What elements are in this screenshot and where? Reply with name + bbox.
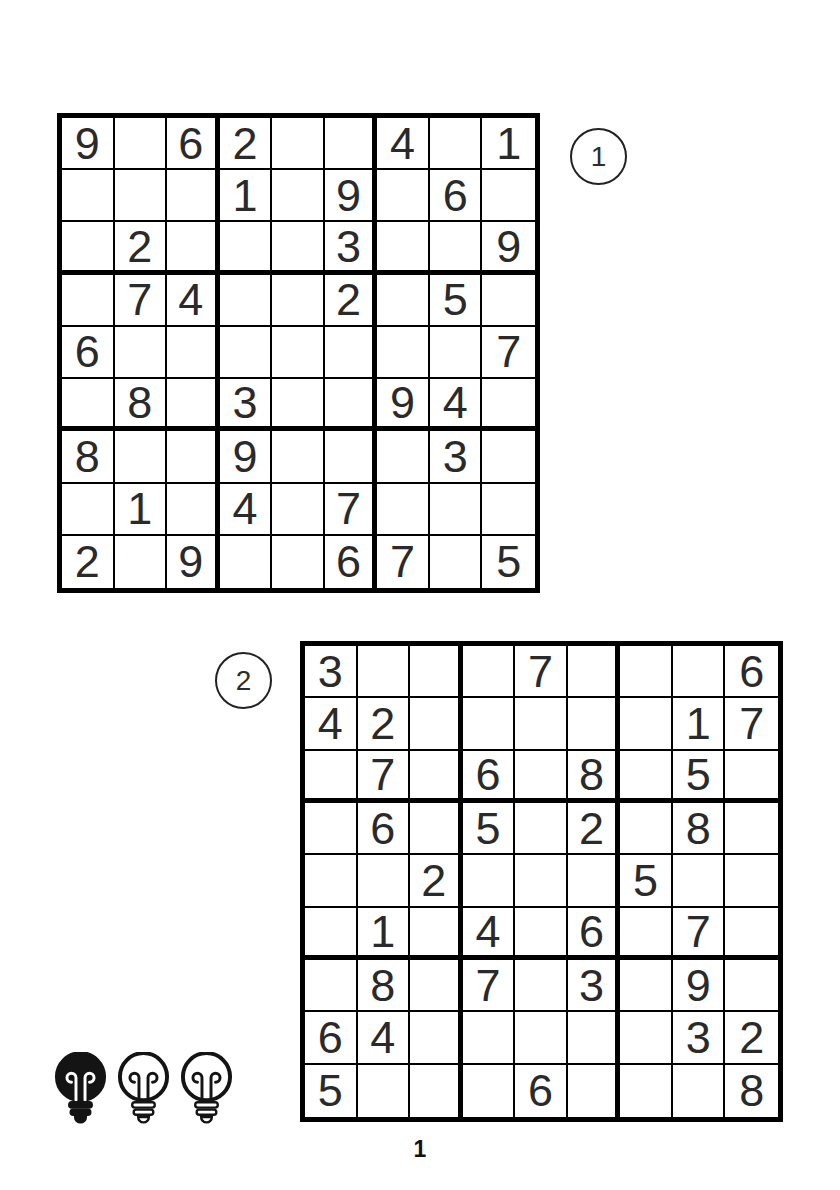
- cell-r3c7-empty: [377, 222, 430, 274]
- cell-r3c6-given: 3: [325, 222, 378, 274]
- cell-r3c1-empty: [62, 222, 115, 274]
- cell-r5c9-given: 7: [482, 327, 535, 379]
- cell-r1c2-empty: [115, 118, 168, 170]
- cell-r5c8-empty: [430, 327, 483, 379]
- cell-r4c5-empty: [272, 275, 325, 327]
- cell-r7c5-empty: [515, 960, 568, 1012]
- cell-r5c1-empty: [305, 855, 358, 907]
- cell-r1c7-empty: [620, 646, 673, 698]
- puzzle-2-number: 2: [236, 665, 252, 697]
- lightbulb-filled-icon: [53, 1052, 108, 1125]
- cell-r4c3-given: 4: [167, 275, 220, 327]
- cell-r9c4-empty: [463, 1065, 516, 1117]
- cell-r3c4-empty: [220, 222, 273, 274]
- cell-r7c2-empty: [115, 431, 168, 483]
- cell-r1c5-empty: [272, 118, 325, 170]
- cell-r6c8-given: 7: [673, 908, 726, 960]
- cell-r9c1-given: 2: [62, 536, 115, 588]
- cell-r5c6-empty: [568, 855, 621, 907]
- cell-r3c2-given: 7: [358, 751, 411, 803]
- cell-r3c8-empty: [430, 222, 483, 274]
- difficulty-indicator: [53, 1052, 234, 1125]
- cell-r9c6-empty: [568, 1065, 621, 1117]
- cell-r6c7-given: 9: [377, 379, 430, 431]
- cell-r9c5-given: 6: [515, 1065, 568, 1117]
- cell-r5c4-empty: [220, 327, 273, 379]
- cell-r3c1-empty: [305, 751, 358, 803]
- cell-r9c6-given: 6: [325, 536, 378, 588]
- cell-r2c3-empty: [410, 698, 463, 750]
- cell-r1c8-empty: [430, 118, 483, 170]
- cell-r7c6-empty: [325, 431, 378, 483]
- cell-r4c7-empty: [620, 803, 673, 855]
- cell-r9c5-empty: [272, 536, 325, 588]
- cell-r1c5-given: 7: [515, 646, 568, 698]
- cell-r7c4-given: 7: [463, 960, 516, 1012]
- cell-r2c8-given: 1: [673, 698, 726, 750]
- cell-r2c7-empty: [620, 698, 673, 750]
- cell-r5c9-empty: [725, 855, 778, 907]
- cell-r7c1-given: 8: [62, 431, 115, 483]
- cell-r7c7-empty: [620, 960, 673, 1012]
- cell-r4c4-given: 5: [463, 803, 516, 855]
- cell-r9c7-empty: [620, 1065, 673, 1117]
- cell-r2c9-given: 7: [725, 698, 778, 750]
- cell-r4c8-given: 5: [430, 275, 483, 327]
- cell-r1c9-given: 1: [482, 118, 535, 170]
- cell-r7c6-given: 3: [568, 960, 621, 1012]
- cell-r8c6-given: 7: [325, 484, 378, 536]
- cell-r7c8-given: 9: [673, 960, 726, 1012]
- cell-r8c6-empty: [568, 1012, 621, 1064]
- cell-r4c3-empty: [410, 803, 463, 855]
- cell-r7c3-empty: [167, 431, 220, 483]
- cell-r7c2-given: 8: [358, 960, 411, 1012]
- cell-r4c2-given: 6: [358, 803, 411, 855]
- cell-r6c4-given: 3: [220, 379, 273, 431]
- cell-r9c2-empty: [115, 536, 168, 588]
- cell-r9c7-given: 7: [377, 536, 430, 588]
- cell-r7c7-empty: [377, 431, 430, 483]
- cell-r8c2-given: 4: [358, 1012, 411, 1064]
- cell-r6c8-given: 4: [430, 379, 483, 431]
- cell-r8c8-empty: [430, 484, 483, 536]
- cell-r1c3-empty: [410, 646, 463, 698]
- cell-r9c8-empty: [673, 1065, 726, 1117]
- cell-r6c1-empty: [62, 379, 115, 431]
- cell-r6c3-empty: [167, 379, 220, 431]
- cell-r4c9-empty: [482, 275, 535, 327]
- cell-r5c2-empty: [115, 327, 168, 379]
- cell-r2c4-given: 1: [220, 170, 273, 222]
- cell-r4c4-empty: [220, 275, 273, 327]
- cell-r7c4-given: 9: [220, 431, 273, 483]
- cell-r8c4-given: 4: [220, 484, 273, 536]
- cell-r8c2-given: 1: [115, 484, 168, 536]
- cell-r5c5-empty: [272, 327, 325, 379]
- cell-r1c6-empty: [325, 118, 378, 170]
- cell-r5c4-empty: [463, 855, 516, 907]
- cell-r1c9-given: 6: [725, 646, 778, 698]
- cell-r9c9-given: 5: [482, 536, 535, 588]
- cell-r6c9-empty: [725, 908, 778, 960]
- cell-r1c2-empty: [358, 646, 411, 698]
- cell-r2c5-empty: [272, 170, 325, 222]
- lightbulb-outline-icon: [116, 1052, 171, 1125]
- puzzle-2-badge: 2: [215, 652, 272, 709]
- cell-r8c3-empty: [167, 484, 220, 536]
- cell-r2c7-empty: [377, 170, 430, 222]
- cell-r6c6-empty: [325, 379, 378, 431]
- cell-r4c5-empty: [515, 803, 568, 855]
- cell-r2c3-empty: [167, 170, 220, 222]
- cell-r1c3-given: 6: [167, 118, 220, 170]
- cell-r8c9-given: 2: [725, 1012, 778, 1064]
- cell-r1c1-given: 9: [62, 118, 115, 170]
- cell-r5c2-empty: [358, 855, 411, 907]
- cell-r3c3-empty: [167, 222, 220, 274]
- cell-r2c2-given: 2: [358, 698, 411, 750]
- cell-r9c2-empty: [358, 1065, 411, 1117]
- cell-r3c8-given: 5: [673, 751, 726, 803]
- cell-r9c3-empty: [410, 1065, 463, 1117]
- cell-r6c2-given: 8: [115, 379, 168, 431]
- cell-r5c7-empty: [377, 327, 430, 379]
- cell-r3c3-empty: [410, 751, 463, 803]
- cell-r3c9-empty: [725, 751, 778, 803]
- cell-r2c4-empty: [463, 698, 516, 750]
- cell-r4c9-empty: [725, 803, 778, 855]
- cell-r3c5-empty: [272, 222, 325, 274]
- cell-r6c4-given: 4: [463, 908, 516, 960]
- cell-r6c5-empty: [515, 908, 568, 960]
- cell-r4c8-given: 8: [673, 803, 726, 855]
- cell-r5c7-given: 5: [620, 855, 673, 907]
- cell-r8c7-empty: [377, 484, 430, 536]
- cell-r2c6-given: 9: [325, 170, 378, 222]
- cell-r4c1-empty: [305, 803, 358, 855]
- page-number: 1: [0, 1136, 840, 1163]
- cell-r7c5-empty: [272, 431, 325, 483]
- cell-r1c4-empty: [463, 646, 516, 698]
- cell-r1c8-empty: [673, 646, 726, 698]
- cell-r5c1-given: 6: [62, 327, 115, 379]
- sudoku-grid-2: 37642177685652825146787396432568: [300, 641, 783, 1122]
- cell-r3c6-given: 8: [568, 751, 621, 803]
- cell-r5c3-empty: [167, 327, 220, 379]
- cell-r4c6-given: 2: [568, 803, 621, 855]
- cell-r7c9-empty: [482, 431, 535, 483]
- cell-r8c5-empty: [272, 484, 325, 536]
- cell-r3c7-empty: [620, 751, 673, 803]
- cell-r2c2-empty: [115, 170, 168, 222]
- cell-r5c3-given: 2: [410, 855, 463, 907]
- cell-r3c4-given: 6: [463, 751, 516, 803]
- cell-r6c1-empty: [305, 908, 358, 960]
- cell-r8c8-given: 3: [673, 1012, 726, 1064]
- cell-r3c9-given: 9: [482, 222, 535, 274]
- cell-r2c1-empty: [62, 170, 115, 222]
- cell-r2c8-given: 6: [430, 170, 483, 222]
- cell-r7c8-given: 3: [430, 431, 483, 483]
- cell-r8c5-empty: [515, 1012, 568, 1064]
- cell-r5c6-empty: [325, 327, 378, 379]
- cell-r6c7-empty: [620, 908, 673, 960]
- puzzle-1-badge: 1: [570, 128, 627, 185]
- cell-r3c5-empty: [515, 751, 568, 803]
- cell-r9c4-empty: [220, 536, 273, 588]
- sudoku-grid-1: 96241196239742567839489314729675: [57, 113, 540, 593]
- cell-r4c1-empty: [62, 275, 115, 327]
- puzzle-1-number: 1: [591, 141, 607, 173]
- cell-r6c6-given: 6: [568, 908, 621, 960]
- cell-r6c5-empty: [272, 379, 325, 431]
- cell-r5c8-empty: [673, 855, 726, 907]
- cell-r8c1-empty: [62, 484, 115, 536]
- cell-r4c2-given: 7: [115, 275, 168, 327]
- cell-r6c9-empty: [482, 379, 535, 431]
- cell-r1c6-empty: [568, 646, 621, 698]
- lightbulb-outline-icon: [179, 1052, 234, 1125]
- cell-r8c1-given: 6: [305, 1012, 358, 1064]
- cell-r2c1-given: 4: [305, 698, 358, 750]
- cell-r8c3-empty: [410, 1012, 463, 1064]
- cell-r7c9-empty: [725, 960, 778, 1012]
- cell-r1c1-given: 3: [305, 646, 358, 698]
- cell-r9c3-given: 9: [167, 536, 220, 588]
- cell-r7c1-empty: [305, 960, 358, 1012]
- cell-r1c7-given: 4: [377, 118, 430, 170]
- cell-r5c5-empty: [515, 855, 568, 907]
- cell-r2c6-empty: [568, 698, 621, 750]
- cell-r7c3-empty: [410, 960, 463, 1012]
- cell-r8c9-empty: [482, 484, 535, 536]
- cell-r6c2-given: 1: [358, 908, 411, 960]
- cell-r3c2-given: 2: [115, 222, 168, 274]
- cell-r1c4-given: 2: [220, 118, 273, 170]
- cell-r9c1-given: 5: [305, 1065, 358, 1117]
- cell-r9c9-given: 8: [725, 1065, 778, 1117]
- cell-r8c7-empty: [620, 1012, 673, 1064]
- cell-r8c4-empty: [463, 1012, 516, 1064]
- cell-r6c3-empty: [410, 908, 463, 960]
- cell-r2c9-empty: [482, 170, 535, 222]
- cell-r4c7-empty: [377, 275, 430, 327]
- cell-r4c6-given: 2: [325, 275, 378, 327]
- cell-r9c8-empty: [430, 536, 483, 588]
- cell-r2c5-empty: [515, 698, 568, 750]
